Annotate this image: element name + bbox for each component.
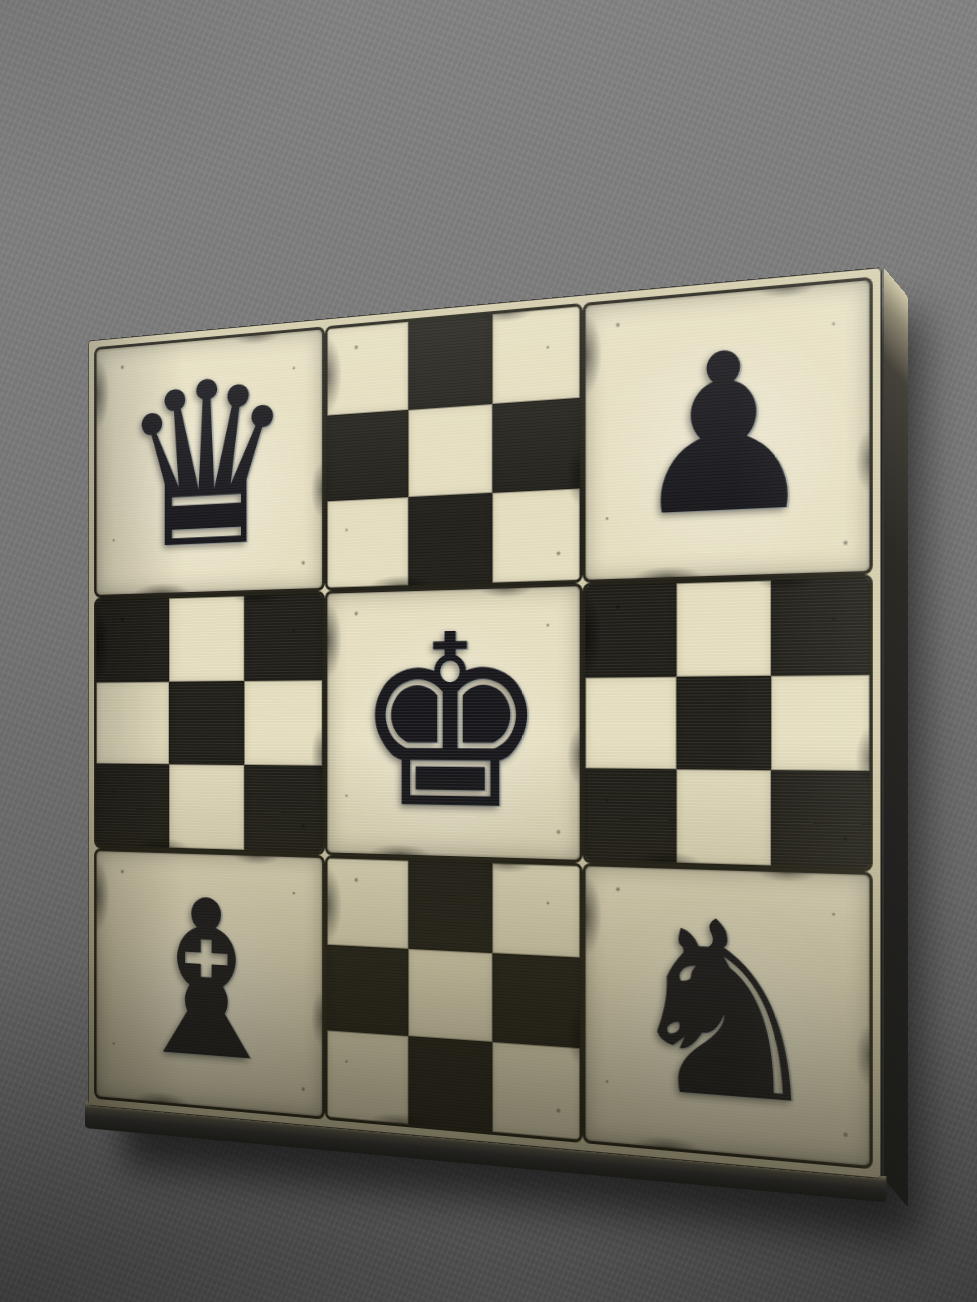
checker-cell-light	[244, 680, 322, 766]
checker-cell-dark	[244, 594, 322, 681]
checker-cell-dark	[771, 578, 869, 676]
checker-cell-dark	[327, 944, 408, 1036]
artwork-front-face: ♛♟♚♝♞	[89, 268, 881, 1178]
checker-cell-dark	[586, 769, 677, 863]
checker-cell-light	[408, 404, 492, 498]
checker-cell-dark	[327, 410, 408, 502]
checker-cell-light	[586, 676, 677, 769]
pawn-icon: ♟	[630, 317, 820, 547]
knight-icon: ♞	[620, 887, 830, 1142]
checkerboard-grid	[327, 306, 579, 587]
checkerboard-grid	[586, 578, 870, 869]
checker-cell-dark	[492, 953, 579, 1049]
checker-cell-dark	[244, 765, 322, 852]
checker-cell-light	[676, 580, 771, 676]
checker-cell-dark	[771, 770, 869, 868]
panel-bishop: ♝	[94, 848, 325, 1119]
checker-cell-dark	[586, 583, 677, 677]
panel-checkerboard	[325, 855, 583, 1143]
checker-cell-dark	[97, 598, 170, 682]
checker-cell-dark	[408, 493, 492, 585]
checker-cell-light	[169, 765, 244, 850]
checker-cell-light	[327, 1031, 408, 1125]
scene: { "game": "chess", "scene": { "kind": "b…	[0, 0, 977, 1302]
panel-checkerboard	[94, 591, 325, 855]
checker-cell-light	[327, 497, 408, 587]
checker-cell-dark	[97, 764, 170, 848]
canvas-right-side-edge	[884, 268, 908, 1208]
checkerboard-grid	[327, 858, 579, 1139]
checker-cell-light	[492, 489, 579, 583]
checker-cell-light	[771, 675, 869, 772]
checker-cell-light	[492, 1042, 579, 1139]
board: ♛♟♚♝♞	[94, 277, 873, 1170]
bishop-icon: ♝	[124, 870, 291, 1096]
checker-cell-dark	[408, 314, 492, 409]
panel-queen: ♛	[94, 326, 325, 597]
checker-cell-dark	[676, 675, 771, 770]
checker-cell-dark	[492, 398, 579, 494]
checker-cell-light	[97, 681, 170, 764]
panel-checkerboard	[325, 303, 583, 591]
checker-cell-dark	[169, 681, 244, 766]
queen-icon: ♛	[121, 345, 295, 581]
checkerboard-grid	[97, 594, 323, 852]
checker-cell-dark	[408, 1036, 492, 1131]
checker-cell-light	[169, 596, 244, 681]
panel-checkerboard	[583, 574, 873, 872]
checker-cell-light	[492, 306, 579, 403]
checker-cell-light	[327, 858, 408, 948]
checker-cell-light	[327, 322, 408, 416]
king-icon: ♚	[355, 601, 550, 844]
checker-cell-light	[492, 863, 579, 957]
checker-cell-light	[676, 770, 771, 866]
panel-king: ♚	[325, 583, 583, 863]
panel-knight: ♞	[583, 863, 873, 1169]
panel-pawn: ♟	[583, 277, 873, 583]
checker-cell-dark	[408, 861, 492, 953]
checker-cell-light	[408, 949, 492, 1043]
chess-canvas-artwork: ♛♟♚♝♞	[89, 268, 881, 1178]
